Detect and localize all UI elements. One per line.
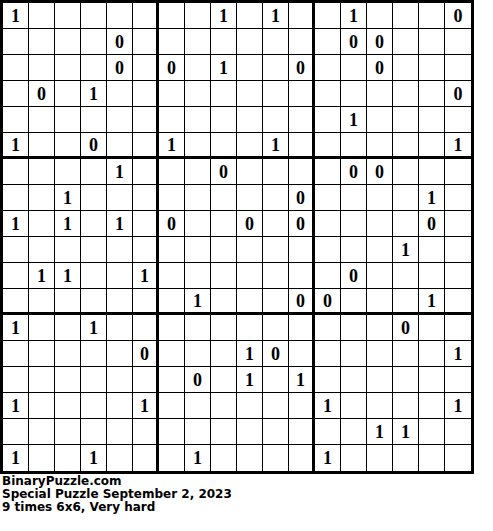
cell-r11c10[interactable] — [237, 263, 263, 289]
cell-r10c10[interactable] — [237, 237, 263, 263]
cell-r15c15[interactable] — [367, 367, 393, 393]
cell-r5c5[interactable] — [107, 107, 133, 133]
cell-r8c8[interactable] — [185, 185, 211, 211]
cell-r3c11[interactable] — [263, 55, 289, 81]
cell-r11c2: 1 — [29, 263, 55, 289]
cell-r16c17[interactable] — [419, 393, 445, 419]
cell-r3c5: 0 — [107, 55, 133, 81]
cell-r5c7[interactable] — [159, 107, 185, 133]
cell-r18c7[interactable] — [159, 445, 185, 471]
cell-r9c7: 0 — [159, 211, 185, 237]
cell-r5c2[interactable] — [29, 107, 55, 133]
cell-r14c15[interactable] — [367, 341, 393, 367]
cell-r3c17[interactable] — [419, 55, 445, 81]
cell-r8c6[interactable] — [133, 185, 159, 211]
cell-r2c7[interactable] — [159, 29, 185, 55]
cell-r4c1[interactable] — [3, 81, 29, 107]
cell-r5c6[interactable] — [133, 107, 159, 133]
cell-r11c9[interactable] — [211, 263, 237, 289]
cell-r2c13[interactable] — [315, 29, 341, 55]
cell-r12c6[interactable] — [133, 289, 159, 315]
cell-r7c4[interactable] — [81, 159, 107, 185]
cell-r1c10[interactable] — [237, 3, 263, 29]
cell-r13c6[interactable] — [133, 315, 159, 341]
cell-r11c17[interactable] — [419, 263, 445, 289]
cell-r14c12[interactable] — [289, 341, 315, 367]
cell-r10c6[interactable] — [133, 237, 159, 263]
cell-r18c5[interactable] — [107, 445, 133, 471]
cell-r10c5[interactable] — [107, 237, 133, 263]
cell-r4c8[interactable] — [185, 81, 211, 107]
cell-r18c16[interactable] — [393, 445, 419, 471]
cell-r1c15[interactable] — [367, 3, 393, 29]
cell-r18c14[interactable] — [341, 445, 367, 471]
cell-r13c15[interactable] — [367, 315, 393, 341]
cell-r10c7[interactable] — [159, 237, 185, 263]
cell-r8c9[interactable] — [211, 185, 237, 211]
cell-r7c7[interactable] — [159, 159, 185, 185]
cell-r18c8: 1 — [185, 445, 211, 471]
cell-r7c1[interactable] — [3, 159, 29, 185]
cell-r10c11[interactable] — [263, 237, 289, 263]
cell-r2c8[interactable] — [185, 29, 211, 55]
cell-r1c11: 1 — [263, 3, 289, 29]
cell-r6c18: 1 — [445, 133, 471, 159]
cell-r1c6[interactable] — [133, 3, 159, 29]
cell-r3c2[interactable] — [29, 55, 55, 81]
cell-r17c13[interactable] — [315, 419, 341, 445]
cell-r13c8[interactable] — [185, 315, 211, 341]
cell-r13c3[interactable] — [55, 315, 81, 341]
cell-r12c3[interactable] — [55, 289, 81, 315]
cell-r3c16[interactable] — [393, 55, 419, 81]
cell-r17c6[interactable] — [133, 419, 159, 445]
cell-r5c13[interactable] — [315, 107, 341, 133]
cell-r16c14[interactable] — [341, 393, 367, 419]
cell-r13c17[interactable] — [419, 315, 445, 341]
cell-r17c12[interactable] — [289, 419, 315, 445]
cell-r6c17[interactable] — [419, 133, 445, 159]
cell-r16c18: 1 — [445, 393, 471, 419]
cell-r8c5[interactable] — [107, 185, 133, 211]
cell-r3c6[interactable] — [133, 55, 159, 81]
cell-r14c1[interactable] — [3, 341, 29, 367]
cell-r16c3[interactable] — [55, 393, 81, 419]
cell-r3c15: 0 — [367, 55, 393, 81]
cell-r7c12[interactable] — [289, 159, 315, 185]
cell-r14c2[interactable] — [29, 341, 55, 367]
cell-r13c14[interactable] — [341, 315, 367, 341]
cell-r18c12[interactable] — [289, 445, 315, 471]
cell-r17c14[interactable] — [341, 419, 367, 445]
cell-r15c9[interactable] — [211, 367, 237, 393]
cell-r12c16[interactable] — [393, 289, 419, 315]
cell-r7c2[interactable] — [29, 159, 55, 185]
cell-r18c2[interactable] — [29, 445, 55, 471]
cell-r11c18[interactable] — [445, 263, 471, 289]
cell-r4c11[interactable] — [263, 81, 289, 107]
cell-r16c11[interactable] — [263, 393, 289, 419]
cell-r13c11[interactable] — [263, 315, 289, 341]
cell-r6c16[interactable] — [393, 133, 419, 159]
cell-r4c5[interactable] — [107, 81, 133, 107]
cell-r16c10[interactable] — [237, 393, 263, 419]
cell-r11c12[interactable] — [289, 263, 315, 289]
cell-r7c16[interactable] — [393, 159, 419, 185]
cell-r1c4[interactable] — [81, 3, 107, 29]
cell-r6c15[interactable] — [367, 133, 393, 159]
cell-r8c4[interactable] — [81, 185, 107, 211]
cell-r14c17[interactable] — [419, 341, 445, 367]
cell-r5c16[interactable] — [393, 107, 419, 133]
cell-r10c2[interactable] — [29, 237, 55, 263]
cell-r10c4[interactable] — [81, 237, 107, 263]
cell-r12c17: 1 — [419, 289, 445, 315]
cell-r5c12[interactable] — [289, 107, 315, 133]
cell-r1c13[interactable] — [315, 3, 341, 29]
cell-r13c7[interactable] — [159, 315, 185, 341]
cell-r6c6[interactable] — [133, 133, 159, 159]
cell-r1c5[interactable] — [107, 3, 133, 29]
cell-r2c17[interactable] — [419, 29, 445, 55]
cell-r9c16[interactable] — [393, 211, 419, 237]
cell-r12c12: 0 — [289, 289, 315, 315]
cell-r1c16[interactable] — [393, 3, 419, 29]
cell-r6c9[interactable] — [211, 133, 237, 159]
cell-r2c10[interactable] — [237, 29, 263, 55]
cell-r1c9: 1 — [211, 3, 237, 29]
cell-r15c8: 0 — [185, 367, 211, 393]
cell-r4c6[interactable] — [133, 81, 159, 107]
cell-r2c2[interactable] — [29, 29, 55, 55]
cell-r17c10[interactable] — [237, 419, 263, 445]
cell-r3c13[interactable] — [315, 55, 341, 81]
cell-r15c11[interactable] — [263, 367, 289, 393]
cell-r8c10[interactable] — [237, 185, 263, 211]
cell-r8c1[interactable] — [3, 185, 29, 211]
cell-r17c17[interactable] — [419, 419, 445, 445]
cell-r16c5[interactable] — [107, 393, 133, 419]
cell-r3c18[interactable] — [445, 55, 471, 81]
cell-r10c13[interactable] — [315, 237, 341, 263]
cell-r1c8[interactable] — [185, 3, 211, 29]
cell-r4c7[interactable] — [159, 81, 185, 107]
cell-r14c13[interactable] — [315, 341, 341, 367]
cell-r7c5: 1 — [107, 159, 133, 185]
cell-r12c18[interactable] — [445, 289, 471, 315]
cell-r14c4[interactable] — [81, 341, 107, 367]
cell-r6c5[interactable] — [107, 133, 133, 159]
cell-r9c8[interactable] — [185, 211, 211, 237]
cell-r1c1: 1 — [3, 3, 29, 29]
cell-r1c14: 1 — [341, 3, 367, 29]
cell-r12c13: 0 — [315, 289, 341, 315]
cell-r9c18[interactable] — [445, 211, 471, 237]
cell-r15c18[interactable] — [445, 367, 471, 393]
cell-r2c15: 0 — [367, 29, 393, 55]
cell-r13c5[interactable] — [107, 315, 133, 341]
cell-r3c8[interactable] — [185, 55, 211, 81]
cell-r4c18: 0 — [445, 81, 471, 107]
cell-r5c3[interactable] — [55, 107, 81, 133]
cell-r16c15[interactable] — [367, 393, 393, 419]
cell-r9c6[interactable] — [133, 211, 159, 237]
cell-r12c1[interactable] — [3, 289, 29, 315]
cell-r15c4[interactable] — [81, 367, 107, 393]
cell-r9c15[interactable] — [367, 211, 393, 237]
cell-r3c1[interactable] — [3, 55, 29, 81]
cell-r15c14[interactable] — [341, 367, 367, 393]
cell-r9c11[interactable] — [263, 211, 289, 237]
cell-r17c9[interactable] — [211, 419, 237, 445]
cell-r1c12[interactable] — [289, 3, 315, 29]
cell-r4c3[interactable] — [55, 81, 81, 107]
cell-r17c2[interactable] — [29, 419, 55, 445]
cell-r16c6: 1 — [133, 393, 159, 419]
cell-r5c17[interactable] — [419, 107, 445, 133]
cell-r18c11[interactable] — [263, 445, 289, 471]
cell-r10c3[interactable] — [55, 237, 81, 263]
cell-r9c5: 1 — [107, 211, 133, 237]
cell-r6c12[interactable] — [289, 133, 315, 159]
cell-r15c5[interactable] — [107, 367, 133, 393]
cell-r8c13[interactable] — [315, 185, 341, 211]
cell-r14c7[interactable] — [159, 341, 185, 367]
cell-r2c3[interactable] — [55, 29, 81, 55]
cell-r16c9[interactable] — [211, 393, 237, 419]
cell-r5c18[interactable] — [445, 107, 471, 133]
cell-r2c4[interactable] — [81, 29, 107, 55]
cell-r1c2[interactable] — [29, 3, 55, 29]
cell-r14c3[interactable] — [55, 341, 81, 367]
cell-r2c16[interactable] — [393, 29, 419, 55]
cell-r8c7[interactable] — [159, 185, 185, 211]
cell-r4c12[interactable] — [289, 81, 315, 107]
cell-r8c14[interactable] — [341, 185, 367, 211]
cell-r12c14[interactable] — [341, 289, 367, 315]
cell-r11c5[interactable] — [107, 263, 133, 289]
cell-r16c12[interactable] — [289, 393, 315, 419]
cell-r14c10: 1 — [237, 341, 263, 367]
cell-r14c8[interactable] — [185, 341, 211, 367]
cell-r8c17: 1 — [419, 185, 445, 211]
cell-r14c9[interactable] — [211, 341, 237, 367]
cell-r10c18[interactable] — [445, 237, 471, 263]
cell-r12c10[interactable] — [237, 289, 263, 315]
cell-r7c18[interactable] — [445, 159, 471, 185]
cell-r5c9[interactable] — [211, 107, 237, 133]
cell-r9c14[interactable] — [341, 211, 367, 237]
cell-r12c4[interactable] — [81, 289, 107, 315]
cell-r11c13[interactable] — [315, 263, 341, 289]
cell-r4c17[interactable] — [419, 81, 445, 107]
cell-r6c7: 1 — [159, 133, 185, 159]
cell-r6c13[interactable] — [315, 133, 341, 159]
cell-r10c8[interactable] — [185, 237, 211, 263]
cell-r12c9[interactable] — [211, 289, 237, 315]
cell-r2c18[interactable] — [445, 29, 471, 55]
cell-r7c11[interactable] — [263, 159, 289, 185]
cell-r18c10[interactable] — [237, 445, 263, 471]
cell-r10c12[interactable] — [289, 237, 315, 263]
cell-r16c7[interactable] — [159, 393, 185, 419]
cell-r12c7[interactable] — [159, 289, 185, 315]
cell-r8c11[interactable] — [263, 185, 289, 211]
cell-r5c11[interactable] — [263, 107, 289, 133]
cell-r15c6[interactable] — [133, 367, 159, 393]
cell-r2c12[interactable] — [289, 29, 315, 55]
cell-r11c8[interactable] — [185, 263, 211, 289]
cell-r2c1[interactable] — [3, 29, 29, 55]
cell-r12c15[interactable] — [367, 289, 393, 315]
cell-r11c1[interactable] — [3, 263, 29, 289]
cell-r1c17[interactable] — [419, 3, 445, 29]
cell-r13c9[interactable] — [211, 315, 237, 341]
cell-r7c8[interactable] — [185, 159, 211, 185]
cell-r18c15[interactable] — [367, 445, 393, 471]
cell-r5c4[interactable] — [81, 107, 107, 133]
cell-r9c17: 0 — [419, 211, 445, 237]
cell-r6c11: 1 — [263, 133, 289, 159]
cell-r2c14: 0 — [341, 29, 367, 55]
cell-r11c4[interactable] — [81, 263, 107, 289]
cell-r9c4[interactable] — [81, 211, 107, 237]
cell-r3c12: 0 — [289, 55, 315, 81]
cell-r16c16[interactable] — [393, 393, 419, 419]
cell-r5c8[interactable] — [185, 107, 211, 133]
cell-r15c3[interactable] — [55, 367, 81, 393]
cell-r16c8[interactable] — [185, 393, 211, 419]
cell-r15c17[interactable] — [419, 367, 445, 393]
cell-r4c14[interactable] — [341, 81, 367, 107]
cell-r3c14[interactable] — [341, 55, 367, 81]
puzzle-caption: BinaryPuzzle.com Special Puzzle Septembe… — [0, 474, 493, 514]
cell-r8c2[interactable] — [29, 185, 55, 211]
cell-r15c16[interactable] — [393, 367, 419, 393]
cell-r13c18[interactable] — [445, 315, 471, 341]
cell-r10c14[interactable] — [341, 237, 367, 263]
cell-r14c16[interactable] — [393, 341, 419, 367]
cell-r2c6[interactable] — [133, 29, 159, 55]
cell-r4c9[interactable] — [211, 81, 237, 107]
cell-r9c1: 1 — [3, 211, 29, 237]
cell-r4c4: 1 — [81, 81, 107, 107]
cell-r6c8[interactable] — [185, 133, 211, 159]
cell-r18c18[interactable] — [445, 445, 471, 471]
cell-r3c10[interactable] — [237, 55, 263, 81]
cell-r6c14[interactable] — [341, 133, 367, 159]
cell-r12c11[interactable] — [263, 289, 289, 315]
cell-r6c10[interactable] — [237, 133, 263, 159]
cell-r18c13: 1 — [315, 445, 341, 471]
cell-r4c13[interactable] — [315, 81, 341, 107]
cell-r9c2[interactable] — [29, 211, 55, 237]
cell-r5c15[interactable] — [367, 107, 393, 133]
cell-r6c3[interactable] — [55, 133, 81, 159]
cell-r13c13[interactable] — [315, 315, 341, 341]
cell-r18c17[interactable] — [419, 445, 445, 471]
cell-r2c11[interactable] — [263, 29, 289, 55]
cell-r9c10: 0 — [237, 211, 263, 237]
cell-r17c5[interactable] — [107, 419, 133, 445]
cell-r15c1[interactable] — [3, 367, 29, 393]
cell-r5c10[interactable] — [237, 107, 263, 133]
cell-r8c16[interactable] — [393, 185, 419, 211]
cell-r15c10: 1 — [237, 367, 263, 393]
cell-r17c11[interactable] — [263, 419, 289, 445]
cell-r15c13[interactable] — [315, 367, 341, 393]
cell-r10c9[interactable] — [211, 237, 237, 263]
cell-r17c1[interactable] — [3, 419, 29, 445]
cell-r18c6[interactable] — [133, 445, 159, 471]
cell-r9c13[interactable] — [315, 211, 341, 237]
cell-r7c10[interactable] — [237, 159, 263, 185]
cell-r4c10[interactable] — [237, 81, 263, 107]
cell-r3c3[interactable] — [55, 55, 81, 81]
cell-r14c5[interactable] — [107, 341, 133, 367]
cell-r14c18: 1 — [445, 341, 471, 367]
cell-r10c15[interactable] — [367, 237, 393, 263]
cell-r10c1[interactable] — [3, 237, 29, 263]
cell-r9c9[interactable] — [211, 211, 237, 237]
binary-puzzle-board: 1111000000100010110111100010111100001111… — [0, 0, 474, 474]
cell-r7c14: 0 — [341, 159, 367, 185]
cell-r17c3[interactable] — [55, 419, 81, 445]
cell-r13c10[interactable] — [237, 315, 263, 341]
cell-r14c14[interactable] — [341, 341, 367, 367]
cell-r12c8: 1 — [185, 289, 211, 315]
cell-r15c7[interactable] — [159, 367, 185, 393]
cell-r11c16[interactable] — [393, 263, 419, 289]
cell-r6c4: 0 — [81, 133, 107, 159]
cell-r7c6[interactable] — [133, 159, 159, 185]
puzzle-details: 9 times 6x6, Very hard — [2, 501, 493, 514]
cell-r1c3[interactable] — [55, 3, 81, 29]
cell-r16c4[interactable] — [81, 393, 107, 419]
cell-r17c4[interactable] — [81, 419, 107, 445]
cell-r14c11: 0 — [263, 341, 289, 367]
cell-r12c2[interactable] — [29, 289, 55, 315]
cell-r13c2[interactable] — [29, 315, 55, 341]
cell-r7c13[interactable] — [315, 159, 341, 185]
cell-r17c7[interactable] — [159, 419, 185, 445]
cell-r7c3[interactable] — [55, 159, 81, 185]
cell-r12c5[interactable] — [107, 289, 133, 315]
cell-r18c9[interactable] — [211, 445, 237, 471]
cell-r11c7[interactable] — [159, 263, 185, 289]
cell-r17c16: 1 — [393, 419, 419, 445]
cell-r8c18[interactable] — [445, 185, 471, 211]
cell-r10c17[interactable] — [419, 237, 445, 263]
cell-r4c15[interactable] — [367, 81, 393, 107]
cell-r8c15[interactable] — [367, 185, 393, 211]
cell-r3c4[interactable] — [81, 55, 107, 81]
cell-r6c2[interactable] — [29, 133, 55, 159]
cell-r15c2[interactable] — [29, 367, 55, 393]
cell-r17c18[interactable] — [445, 419, 471, 445]
cell-r7c17[interactable] — [419, 159, 445, 185]
cell-r17c8[interactable] — [185, 419, 211, 445]
cell-r16c2[interactable] — [29, 393, 55, 419]
cell-r2c9[interactable] — [211, 29, 237, 55]
cell-r18c3[interactable] — [55, 445, 81, 471]
cell-r13c12[interactable] — [289, 315, 315, 341]
cell-r5c1[interactable] — [3, 107, 29, 133]
cell-r11c15[interactable] — [367, 263, 393, 289]
cell-r11c11[interactable] — [263, 263, 289, 289]
cell-r1c7[interactable] — [159, 3, 185, 29]
cell-r4c16[interactable] — [393, 81, 419, 107]
